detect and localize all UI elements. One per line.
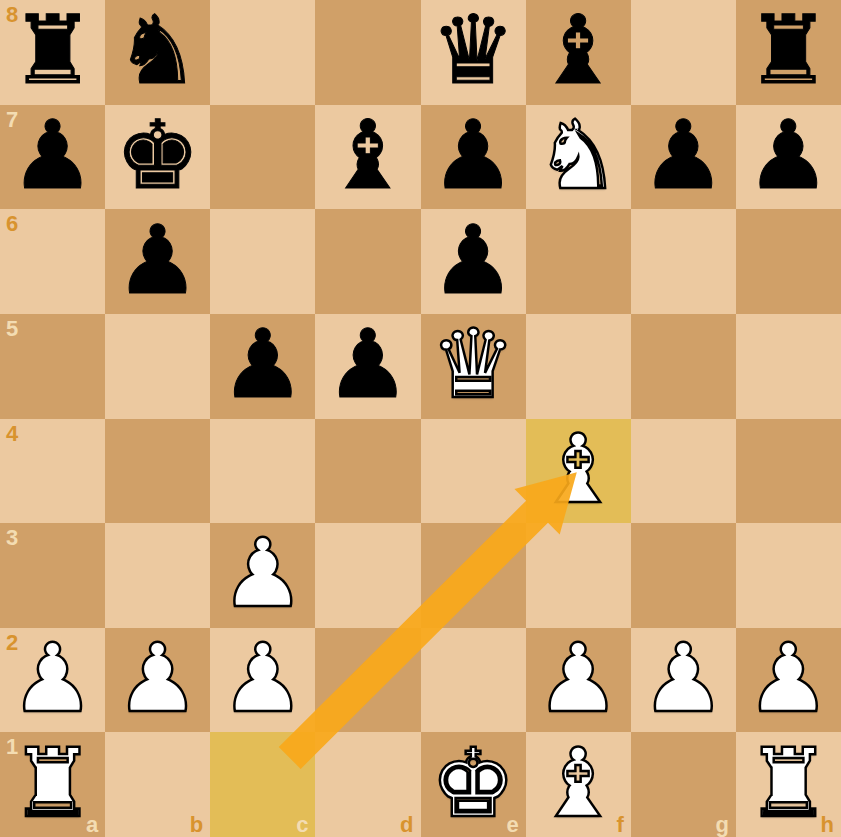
black-knight[interactable]: ♞ xyxy=(115,0,200,102)
square-d1[interactable]: d xyxy=(315,732,420,837)
square-f7[interactable]: ♞ xyxy=(526,105,631,210)
square-h8[interactable]: ♜ xyxy=(736,0,841,105)
rank-label-8: 8 xyxy=(6,2,18,28)
white-queen[interactable]: ♛ xyxy=(430,312,515,416)
square-a7[interactable]: ♟7 xyxy=(0,105,105,210)
square-a3[interactable]: 3 xyxy=(0,523,105,628)
square-e5[interactable]: ♛ xyxy=(421,314,526,419)
square-c5[interactable]: ♟ xyxy=(210,314,315,419)
square-g4[interactable] xyxy=(631,419,736,524)
square-f4[interactable]: ♝ xyxy=(526,419,631,524)
square-b3[interactable] xyxy=(105,523,210,628)
square-d4[interactable] xyxy=(315,419,420,524)
file-label-b: b xyxy=(190,812,203,837)
rank-label-2: 2 xyxy=(6,630,18,656)
black-queen[interactable]: ♛ xyxy=(430,0,515,102)
square-g3[interactable] xyxy=(631,523,736,628)
black-pawn[interactable]: ♟ xyxy=(10,103,95,207)
white-bishop[interactable]: ♝ xyxy=(536,731,621,835)
square-b2[interactable]: ♟ xyxy=(105,628,210,733)
square-b7[interactable]: ♚ xyxy=(105,105,210,210)
file-label-d: d xyxy=(400,812,413,837)
rank-label-7: 7 xyxy=(6,107,18,133)
board-grid: ♜8♞♛♝♜♟7♚♝♟♞♟♟6♟♟5♟♟♛4♝3♟♟2♟♟♟♟♟♜1abcd♚e… xyxy=(0,0,841,837)
square-a6[interactable]: 6 xyxy=(0,209,105,314)
black-pawn[interactable]: ♟ xyxy=(430,103,515,207)
square-h2[interactable]: ♟ xyxy=(736,628,841,733)
square-d2[interactable] xyxy=(315,628,420,733)
square-c7[interactable] xyxy=(210,105,315,210)
square-e8[interactable]: ♛ xyxy=(421,0,526,105)
file-label-e: e xyxy=(506,812,518,837)
rank-label-6: 6 xyxy=(6,211,18,237)
square-c3[interactable]: ♟ xyxy=(210,523,315,628)
square-b4[interactable] xyxy=(105,419,210,524)
square-e2[interactable] xyxy=(421,628,526,733)
black-pawn[interactable]: ♟ xyxy=(220,312,305,416)
square-f1[interactable]: ♝f xyxy=(526,732,631,837)
square-e7[interactable]: ♟ xyxy=(421,105,526,210)
white-pawn[interactable]: ♟ xyxy=(536,626,621,730)
square-a8[interactable]: ♜8 xyxy=(0,0,105,105)
square-d8[interactable] xyxy=(315,0,420,105)
square-d5[interactable]: ♟ xyxy=(315,314,420,419)
black-pawn[interactable]: ♟ xyxy=(115,208,200,312)
square-b5[interactable] xyxy=(105,314,210,419)
square-h3[interactable] xyxy=(736,523,841,628)
square-a1[interactable]: ♜1a xyxy=(0,732,105,837)
file-label-g: g xyxy=(715,812,728,837)
square-f3[interactable] xyxy=(526,523,631,628)
black-bishop[interactable]: ♝ xyxy=(536,0,621,102)
black-pawn[interactable]: ♟ xyxy=(325,312,410,416)
white-pawn[interactable]: ♟ xyxy=(220,521,305,625)
black-pawn[interactable]: ♟ xyxy=(430,208,515,312)
square-d3[interactable] xyxy=(315,523,420,628)
white-pawn[interactable]: ♟ xyxy=(115,626,200,730)
square-e1[interactable]: ♚e xyxy=(421,732,526,837)
rank-label-1: 1 xyxy=(6,734,18,760)
black-rook[interactable]: ♜ xyxy=(746,0,831,102)
black-bishop[interactable]: ♝ xyxy=(325,103,410,207)
square-e6[interactable]: ♟ xyxy=(421,209,526,314)
square-e3[interactable] xyxy=(421,523,526,628)
square-g8[interactable] xyxy=(631,0,736,105)
square-h6[interactable] xyxy=(736,209,841,314)
white-bishop[interactable]: ♝ xyxy=(536,417,621,521)
square-g1[interactable]: g xyxy=(631,732,736,837)
square-f6[interactable] xyxy=(526,209,631,314)
square-c4[interactable] xyxy=(210,419,315,524)
file-label-c: c xyxy=(296,812,308,837)
square-h7[interactable]: ♟ xyxy=(736,105,841,210)
white-rook[interactable]: ♜ xyxy=(746,731,831,835)
square-a4[interactable]: 4 xyxy=(0,419,105,524)
black-rook[interactable]: ♜ xyxy=(10,0,95,102)
square-f2[interactable]: ♟ xyxy=(526,628,631,733)
file-label-f: f xyxy=(616,812,623,837)
square-g6[interactable] xyxy=(631,209,736,314)
square-g7[interactable]: ♟ xyxy=(631,105,736,210)
square-e4[interactable] xyxy=(421,419,526,524)
square-h5[interactable] xyxy=(736,314,841,419)
square-a2[interactable]: ♟2 xyxy=(0,628,105,733)
square-d6[interactable] xyxy=(315,209,420,314)
square-a5[interactable]: 5 xyxy=(0,314,105,419)
white-pawn[interactable]: ♟ xyxy=(641,626,726,730)
square-b1[interactable]: b xyxy=(105,732,210,837)
square-f5[interactable] xyxy=(526,314,631,419)
white-knight[interactable]: ♞ xyxy=(536,103,621,207)
file-label-h: h xyxy=(821,812,834,837)
square-b6[interactable]: ♟ xyxy=(105,209,210,314)
square-g5[interactable] xyxy=(631,314,736,419)
square-c1[interactable]: c xyxy=(210,732,315,837)
square-b8[interactable]: ♞ xyxy=(105,0,210,105)
rank-label-5: 5 xyxy=(6,316,18,342)
white-rook[interactable]: ♜ xyxy=(10,731,95,835)
white-pawn[interactable]: ♟ xyxy=(10,626,95,730)
rank-label-3: 3 xyxy=(6,525,18,551)
chess-board: ♜8♞♛♝♜♟7♚♝♟♞♟♟6♟♟5♟♟♛4♝3♟♟2♟♟♟♟♟♜1abcd♚e… xyxy=(0,0,841,837)
square-h1[interactable]: ♜h xyxy=(736,732,841,837)
square-g2[interactable]: ♟ xyxy=(631,628,736,733)
black-pawn[interactable]: ♟ xyxy=(641,103,726,207)
rank-label-4: 4 xyxy=(6,421,18,447)
square-c6[interactable] xyxy=(210,209,315,314)
black-king[interactable]: ♚ xyxy=(115,103,200,207)
square-c8[interactable] xyxy=(210,0,315,105)
square-h4[interactable] xyxy=(736,419,841,524)
black-pawn[interactable]: ♟ xyxy=(746,103,831,207)
white-pawn[interactable]: ♟ xyxy=(220,626,305,730)
square-d7[interactable]: ♝ xyxy=(315,105,420,210)
file-label-a: a xyxy=(86,812,98,837)
square-f8[interactable]: ♝ xyxy=(526,0,631,105)
white-pawn[interactable]: ♟ xyxy=(746,626,831,730)
white-king[interactable]: ♚ xyxy=(430,731,515,835)
square-c2[interactable]: ♟ xyxy=(210,628,315,733)
